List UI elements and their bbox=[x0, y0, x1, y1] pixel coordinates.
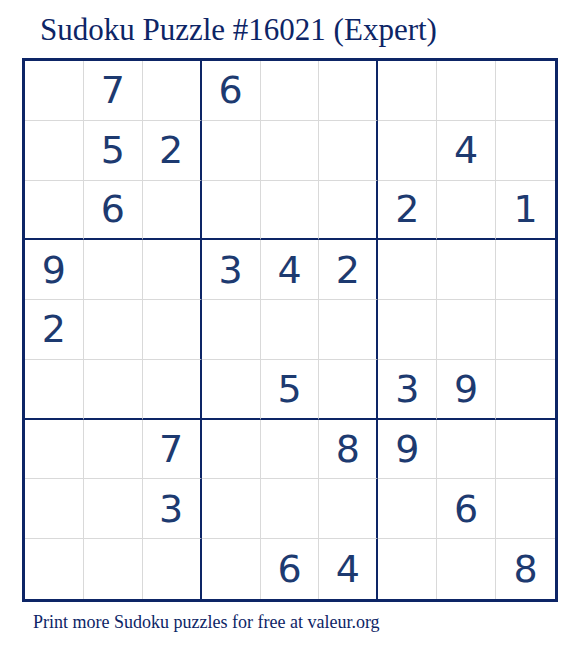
cell-r7c1 bbox=[25, 420, 84, 480]
cell-r7c7: 9 bbox=[378, 420, 437, 480]
cell-r7c3: 7 bbox=[143, 420, 202, 480]
cell-r8c2 bbox=[84, 479, 143, 539]
cell-r1c3 bbox=[143, 61, 202, 121]
cell-r4c3 bbox=[143, 240, 202, 300]
cell-r9c9: 8 bbox=[496, 539, 555, 599]
cell-r5c8 bbox=[437, 300, 496, 360]
cell-r7c6: 8 bbox=[319, 420, 378, 480]
cell-r7c4 bbox=[202, 420, 261, 480]
cell-r4c2 bbox=[84, 240, 143, 300]
cell-r8c3: 3 bbox=[143, 479, 202, 539]
cell-r9c6: 4 bbox=[319, 539, 378, 599]
cell-r6c3 bbox=[143, 360, 202, 420]
cell-r1c5 bbox=[261, 61, 320, 121]
cell-r1c4: 6 bbox=[202, 61, 261, 121]
cell-r2c4 bbox=[202, 121, 261, 181]
cell-r8c5 bbox=[261, 479, 320, 539]
page-title: Sudoku Puzzle #16021 (Expert) bbox=[40, 12, 437, 48]
cell-r3c4 bbox=[202, 181, 261, 241]
cell-r8c9 bbox=[496, 479, 555, 539]
cell-r4c7 bbox=[378, 240, 437, 300]
cell-r4c6: 2 bbox=[319, 240, 378, 300]
cell-r6c1 bbox=[25, 360, 84, 420]
cell-r6c9 bbox=[496, 360, 555, 420]
cell-r1c8 bbox=[437, 61, 496, 121]
cell-r9c4 bbox=[202, 539, 261, 599]
cell-r2c5 bbox=[261, 121, 320, 181]
cell-r5c2 bbox=[84, 300, 143, 360]
cell-r3c9: 1 bbox=[496, 181, 555, 241]
cell-r5c9 bbox=[496, 300, 555, 360]
cell-r9c2 bbox=[84, 539, 143, 599]
cell-r4c5: 4 bbox=[261, 240, 320, 300]
cell-r7c8 bbox=[437, 420, 496, 480]
cell-r1c9 bbox=[496, 61, 555, 121]
cell-r3c1 bbox=[25, 181, 84, 241]
cell-r5c6 bbox=[319, 300, 378, 360]
cell-r8c4 bbox=[202, 479, 261, 539]
cell-r4c8 bbox=[437, 240, 496, 300]
cell-r6c2 bbox=[84, 360, 143, 420]
cell-r4c9 bbox=[496, 240, 555, 300]
cell-r4c4: 3 bbox=[202, 240, 261, 300]
cell-r3c5 bbox=[261, 181, 320, 241]
cell-r2c3: 2 bbox=[143, 121, 202, 181]
cell-r1c7 bbox=[378, 61, 437, 121]
cell-r7c9 bbox=[496, 420, 555, 480]
cell-r2c1 bbox=[25, 121, 84, 181]
cell-r2c7 bbox=[378, 121, 437, 181]
cell-r9c7 bbox=[378, 539, 437, 599]
cell-r3c3 bbox=[143, 181, 202, 241]
cell-r2c8: 4 bbox=[437, 121, 496, 181]
footer-text: Print more Sudoku puzzles for free at va… bbox=[33, 612, 380, 633]
cell-r1c6 bbox=[319, 61, 378, 121]
cell-r8c6 bbox=[319, 479, 378, 539]
cell-r5c7 bbox=[378, 300, 437, 360]
cell-r8c7 bbox=[378, 479, 437, 539]
cell-r5c4 bbox=[202, 300, 261, 360]
cell-r7c2 bbox=[84, 420, 143, 480]
cell-r6c4 bbox=[202, 360, 261, 420]
cell-r9c1 bbox=[25, 539, 84, 599]
cell-r2c9 bbox=[496, 121, 555, 181]
cell-r5c5 bbox=[261, 300, 320, 360]
cell-r3c6 bbox=[319, 181, 378, 241]
cell-r5c1: 2 bbox=[25, 300, 84, 360]
cell-r6c8: 9 bbox=[437, 360, 496, 420]
cell-r8c1 bbox=[25, 479, 84, 539]
cell-r6c5: 5 bbox=[261, 360, 320, 420]
cell-r1c2: 7 bbox=[84, 61, 143, 121]
cell-r5c3 bbox=[143, 300, 202, 360]
cell-r9c3 bbox=[143, 539, 202, 599]
cell-r6c6 bbox=[319, 360, 378, 420]
cell-r1c1 bbox=[25, 61, 84, 121]
cell-r2c2: 5 bbox=[84, 121, 143, 181]
cell-r3c7: 2 bbox=[378, 181, 437, 241]
cell-r4c1: 9 bbox=[25, 240, 84, 300]
cell-r3c8 bbox=[437, 181, 496, 241]
cell-r9c5: 6 bbox=[261, 539, 320, 599]
cell-r9c8 bbox=[437, 539, 496, 599]
sudoku-grid: 765246219342253978936648 bbox=[22, 58, 558, 602]
cell-r8c8: 6 bbox=[437, 479, 496, 539]
cell-r6c7: 3 bbox=[378, 360, 437, 420]
cell-r2c6 bbox=[319, 121, 378, 181]
cell-r3c2: 6 bbox=[84, 181, 143, 241]
cell-r7c5 bbox=[261, 420, 320, 480]
